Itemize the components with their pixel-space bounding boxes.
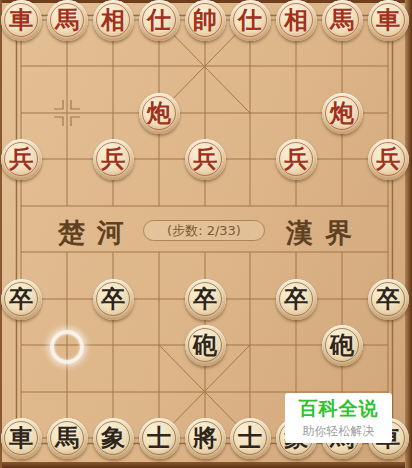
piece-black-advisor[interactable]: 士 — [139, 418, 180, 459]
piece-red-soldier[interactable]: 兵 — [276, 139, 317, 180]
piece-red-horse[interactable]: 馬 — [47, 0, 88, 41]
river-label-chu-he: 楚河 — [58, 215, 136, 251]
piece-glyph: 車 — [376, 8, 400, 32]
piece-red-soldier[interactable]: 兵 — [185, 139, 226, 180]
cannon-point-bracket-marker — [71, 100, 80, 109]
piece-glyph: 砲 — [193, 333, 217, 357]
piece-black-cannon[interactable]: 砲 — [322, 325, 363, 366]
piece-red-horse[interactable]: 馬 — [322, 0, 363, 41]
board-frame-edge-right — [405, 0, 412, 468]
piece-glyph: 卒 — [376, 287, 400, 311]
piece-glyph: 炮 — [147, 101, 171, 125]
piece-red-cannon[interactable]: 炮 — [139, 93, 180, 134]
piece-glyph: 相 — [101, 8, 125, 32]
piece-glyph: 兵 — [101, 147, 125, 171]
piece-glyph: 卒 — [9, 287, 33, 311]
piece-glyph: 馬 — [330, 8, 354, 32]
piece-glyph: 兵 — [284, 147, 308, 171]
piece-glyph: 仕 — [147, 8, 171, 32]
piece-red-elephant[interactable]: 相 — [93, 0, 134, 41]
piece-glyph: 兵 — [376, 147, 400, 171]
piece-black-soldier[interactable]: 卒 — [93, 279, 134, 320]
piece-black-soldier[interactable]: 卒 — [1, 279, 42, 320]
piece-black-general[interactable]: 將 — [185, 418, 226, 459]
piece-glyph: 象 — [101, 426, 125, 450]
piece-black-soldier[interactable]: 卒 — [368, 279, 409, 320]
piece-red-soldier[interactable]: 兵 — [1, 139, 42, 180]
cannon-point-bracket-marker — [54, 117, 63, 126]
piece-black-horse[interactable]: 馬 — [47, 418, 88, 459]
piece-glyph: 車 — [9, 426, 33, 450]
piece-glyph: 卒 — [101, 287, 125, 311]
xiangqi-game-board: 楚河 (步数: 2/33) 漢界 車馬相仕帥仕相馬車炮炮兵兵兵兵兵卒卒卒卒卒砲砲… — [0, 0, 412, 468]
piece-glyph: 卒 — [193, 287, 217, 311]
piece-glyph: 士 — [147, 426, 171, 450]
piece-glyph: 馬 — [55, 426, 79, 450]
piece-glyph: 將 — [193, 426, 217, 450]
piece-black-advisor[interactable]: 士 — [230, 418, 271, 459]
piece-glyph: 仕 — [238, 8, 262, 32]
piece-red-advisor[interactable]: 仕 — [139, 0, 180, 41]
piece-black-soldier[interactable]: 卒 — [185, 279, 226, 320]
piece-glyph: 卒 — [284, 287, 308, 311]
piece-red-soldier[interactable]: 兵 — [93, 139, 134, 180]
piece-glyph: 士 — [238, 426, 262, 450]
piece-glyph: 相 — [284, 8, 308, 32]
move-counter: (步数: 2/33) — [143, 220, 265, 241]
river-label-han-jie: 漢界 — [286, 215, 364, 251]
piece-red-cannon[interactable]: 炮 — [322, 93, 363, 134]
board-frame-edge-bottom — [0, 462, 412, 468]
piece-glyph: 兵 — [193, 147, 217, 171]
piece-black-cannon[interactable]: 砲 — [185, 325, 226, 366]
piece-glyph: 帥 — [193, 8, 217, 32]
watermark-subtitle: 助你轻松解决 — [303, 423, 375, 440]
piece-glyph: 砲 — [330, 333, 354, 357]
last-move-origin-ring-marker — [50, 330, 84, 364]
piece-red-advisor[interactable]: 仕 — [230, 0, 271, 41]
piece-glyph: 兵 — [9, 147, 33, 171]
piece-glyph: 馬 — [55, 8, 79, 32]
piece-red-general[interactable]: 帥 — [185, 0, 226, 41]
piece-red-chariot[interactable]: 車 — [1, 0, 42, 41]
piece-red-elephant[interactable]: 相 — [276, 0, 317, 41]
piece-black-chariot[interactable]: 車 — [1, 418, 42, 459]
cannon-point-bracket-marker — [54, 100, 63, 109]
watermark-title: 百科全说 — [299, 396, 379, 422]
piece-black-soldier[interactable]: 卒 — [276, 279, 317, 320]
board-frame-edge-left — [0, 0, 2, 468]
piece-glyph: 車 — [9, 8, 33, 32]
piece-glyph: 炮 — [330, 101, 354, 125]
piece-red-chariot[interactable]: 車 — [368, 0, 409, 41]
piece-red-soldier[interactable]: 兵 — [368, 139, 409, 180]
piece-black-elephant[interactable]: 象 — [93, 418, 134, 459]
cannon-point-bracket-marker — [71, 117, 80, 126]
watermark-card[interactable]: 百科全说 助你轻松解决 — [285, 393, 392, 443]
